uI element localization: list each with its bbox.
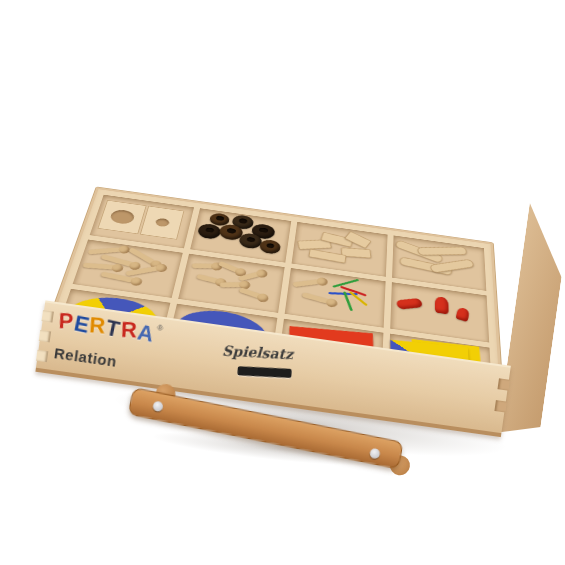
series-script-label: Spielsatz [222, 343, 294, 363]
finger-joint [39, 330, 51, 342]
finger-joint [494, 400, 506, 412]
red-figure-standing [455, 307, 469, 322]
screw [152, 400, 164, 412]
wooden-box: P E R T R A ® Spielsatz Relation [6, 113, 565, 512]
compartment-r2c3-pegs-and-bands [284, 268, 385, 328]
screw [369, 448, 381, 460]
red-figure-standing [435, 296, 449, 314]
red-figure-lying [395, 298, 423, 309]
peg [239, 287, 262, 299]
peg [83, 263, 116, 270]
registered-mark: ® [157, 323, 165, 333]
finger-joint [36, 350, 48, 362]
compartment-r2c1-club-pegs [73, 239, 183, 297]
compartment-r2c2-mushroom-pegs [178, 254, 284, 313]
recess-board-large [97, 200, 146, 234]
compartment-r1c2-beads [190, 208, 290, 262]
brand-letter: R [120, 319, 138, 342]
brand-logo: P E R T R A ® [57, 310, 164, 346]
compartment-r2c4-red-figures [390, 282, 489, 342]
wood-bar [417, 247, 468, 256]
peg [301, 292, 329, 304]
product-photo: P E R T R A ® Spielsatz Relation [0, 0, 565, 565]
peg [292, 279, 320, 287]
brand-letter: A [135, 321, 156, 346]
product-name-label: Relation [53, 344, 118, 370]
recess-board-small [140, 206, 184, 240]
finger-joint [42, 310, 54, 322]
bead [259, 239, 281, 255]
compartment-r1c1-recess-boards [90, 195, 195, 249]
peg [88, 247, 122, 254]
compartment-r1c3-blocks [291, 222, 387, 277]
maker-badge [237, 366, 291, 378]
finger-joint [497, 378, 509, 390]
peg [196, 274, 219, 284]
compartment-r1c4-bars [392, 235, 487, 290]
peg [220, 282, 243, 287]
peg [192, 263, 214, 268]
box-right-end-panel [497, 203, 565, 439]
